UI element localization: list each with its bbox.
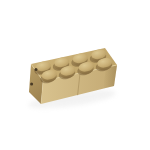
dowel-hole-dot-lower: [30, 83, 33, 86]
dowel-hole-dot-upper: [35, 68, 38, 71]
brick-photo: A tan 2x4 eight-stud toy building brick …: [0, 0, 150, 150]
photo-background: A tan 2x4 eight-stud toy building brick …: [0, 0, 150, 150]
